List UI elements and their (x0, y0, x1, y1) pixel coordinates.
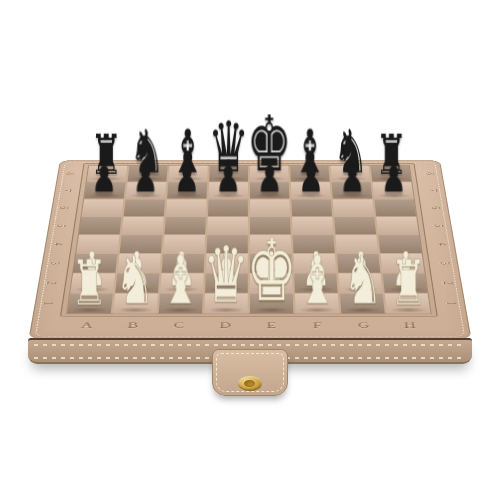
snap-button-icon (238, 376, 262, 391)
square-c1[interactable]: ♝ (159, 294, 203, 314)
snap-tab (212, 349, 288, 396)
chess-board: ♜♞♝♛♚♝♞♜♟♟♟♟♟♟♟♟♟♟♟♟♟♟♟♟♜♞♝♛♚♝♞♜ (66, 165, 432, 314)
square-h1[interactable]: ♜ (385, 294, 431, 314)
leather-case-top: 87654321 87654321 ♜♞♝♛♚♝♞♜♟♟♟♟♟♟♟♟♟♟♟♟♟♟… (28, 160, 471, 339)
square-a5[interactable] (79, 217, 122, 234)
square-c5[interactable] (164, 217, 205, 234)
file-labels: ABCDEFGH (63, 318, 434, 333)
file-label-h: H (386, 318, 434, 333)
square-f6[interactable] (291, 199, 332, 216)
piece-white-bishop-f1[interactable]: ♝ (297, 249, 337, 311)
square-g1[interactable]: ♞ (340, 294, 385, 314)
square-h5[interactable] (376, 217, 419, 234)
piece-white-queen-d1[interactable]: ♛ (203, 240, 249, 312)
square-b6[interactable] (124, 199, 165, 216)
square-d1[interactable]: ♛ (204, 294, 247, 314)
square-c7[interactable]: ♟ (167, 182, 207, 198)
piece-black-pawn-d7[interactable]: ♟ (215, 156, 241, 196)
piece-white-knight-b1[interactable]: ♞ (115, 249, 155, 311)
file-label-e: E (249, 318, 295, 333)
piece-white-bishop-c1[interactable]: ♝ (161, 249, 201, 311)
piece-black-pawn-a7[interactable]: ♟ (91, 156, 117, 196)
piece-black-pawn-f7[interactable]: ♟ (298, 156, 324, 196)
piece-white-knight-g1[interactable]: ♞ (343, 249, 383, 311)
square-g5[interactable] (334, 217, 376, 234)
file-label-g: G (341, 318, 389, 333)
square-b7[interactable]: ♟ (126, 182, 167, 198)
square-a7[interactable]: ♟ (84, 182, 125, 198)
square-g7[interactable]: ♟ (332, 182, 373, 198)
file-label-c: C (156, 318, 203, 333)
square-f1[interactable]: ♝ (295, 294, 339, 314)
square-a1[interactable]: ♜ (67, 294, 113, 314)
square-e7[interactable]: ♟ (250, 182, 289, 198)
piece-white-rook-a1[interactable]: ♜ (71, 254, 108, 311)
square-d6[interactable] (208, 199, 248, 216)
piece-white-king-e1[interactable]: ♚ (246, 232, 297, 311)
square-g6[interactable] (333, 199, 374, 216)
file-label-d: D (202, 318, 248, 333)
piece-black-pawn-c7[interactable]: ♟ (174, 156, 200, 196)
board-frame: ♜♞♝♛♚♝♞♜♟♟♟♟♟♟♟♟♟♟♟♟♟♟♟♟♜♞♝♛♚♝♞♜ (60, 163, 438, 316)
square-b5[interactable] (122, 217, 164, 234)
square-d7[interactable]: ♟ (209, 182, 248, 198)
piece-black-pawn-e7[interactable]: ♟ (257, 156, 283, 196)
square-e1[interactable]: ♚ (250, 294, 293, 314)
square-c6[interactable] (166, 199, 207, 216)
file-label-a: A (63, 318, 111, 333)
square-h7[interactable]: ♟ (372, 182, 413, 198)
piece-black-pawn-b7[interactable]: ♟ (133, 156, 159, 196)
piece-black-pawn-h7[interactable]: ♟ (381, 156, 407, 196)
file-label-f: F (295, 318, 342, 333)
square-a6[interactable] (82, 199, 124, 216)
board-scene: 87654321 87654321 ♜♞♝♛♚♝♞♜♟♟♟♟♟♟♟♟♟♟♟♟♟♟… (0, 0, 500, 500)
piece-white-rook-h1[interactable]: ♜ (390, 254, 427, 311)
square-e6[interactable] (250, 199, 290, 216)
file-label-b: B (110, 318, 158, 333)
square-f5[interactable] (292, 217, 333, 234)
square-f7[interactable]: ♟ (291, 182, 331, 198)
square-h6[interactable] (374, 199, 416, 216)
chess-set-product-photo: 87654321 87654321 ♜♞♝♛♚♝♞♜♟♟♟♟♟♟♟♟♟♟♟♟♟♟… (0, 0, 500, 500)
piece-black-pawn-g7[interactable]: ♟ (339, 156, 365, 196)
square-b1[interactable]: ♞ (113, 294, 158, 314)
